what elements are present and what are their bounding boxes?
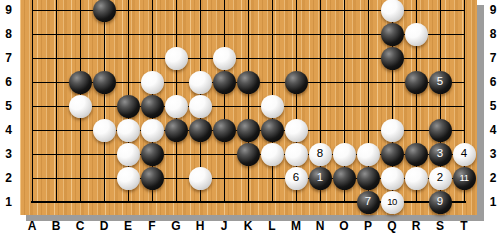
stone-white-P3[interactable] xyxy=(357,143,380,166)
stone-black-L4[interactable] xyxy=(261,119,284,142)
move-number-9: 9 xyxy=(437,196,443,208)
row-label-right-4: 4 xyxy=(486,122,500,138)
stone-white-E2[interactable] xyxy=(117,167,140,190)
row-label-right-7: 7 xyxy=(486,50,500,66)
row-label-right-8: 8 xyxy=(486,26,500,42)
col-label-C: C xyxy=(68,218,92,234)
col-label-E: E xyxy=(116,218,140,234)
col-label-N: N xyxy=(308,218,332,234)
move-number-10: 10 xyxy=(387,197,397,207)
stone-black-O2[interactable] xyxy=(333,167,356,190)
stone-white-M2[interactable]: 6 xyxy=(285,167,308,190)
stone-white-H2[interactable] xyxy=(189,167,212,190)
grid-vline-K xyxy=(248,0,249,203)
row-label-left-6: 6 xyxy=(0,74,17,90)
stone-white-Q1[interactable]: 10 xyxy=(381,191,404,214)
stone-black-P1[interactable]: 7 xyxy=(357,191,380,214)
stone-black-R3[interactable] xyxy=(405,143,428,166)
row-label-left-9: 9 xyxy=(0,2,17,18)
move-number-4: 4 xyxy=(461,148,467,160)
move-number-1: 1 xyxy=(317,172,323,184)
stone-black-N2[interactable]: 1 xyxy=(309,167,332,190)
stone-black-K3[interactable] xyxy=(237,143,260,166)
stone-black-Q7[interactable] xyxy=(381,47,404,70)
row-label-left-5: 5 xyxy=(0,98,17,114)
stone-white-H6[interactable] xyxy=(189,71,212,94)
move-number-6: 6 xyxy=(293,172,299,184)
stone-white-Q4[interactable] xyxy=(381,119,404,142)
move-number-3: 3 xyxy=(437,148,443,160)
col-label-P: P xyxy=(356,218,380,234)
row-label-left-8: 8 xyxy=(0,26,17,42)
stone-white-T3[interactable]: 4 xyxy=(453,143,476,166)
col-label-Q: Q xyxy=(380,218,404,234)
col-label-K: K xyxy=(236,218,260,234)
stone-black-F2[interactable] xyxy=(141,167,164,190)
stone-black-S3[interactable]: 3 xyxy=(429,143,452,166)
stone-black-G4[interactable] xyxy=(165,119,188,142)
col-label-D: D xyxy=(92,218,116,234)
move-number-7: 7 xyxy=(365,196,371,208)
stone-white-Q2[interactable] xyxy=(381,167,404,190)
move-number-8: 8 xyxy=(317,148,323,160)
stone-black-S6[interactable]: 5 xyxy=(429,71,452,94)
stone-white-E3[interactable] xyxy=(117,143,140,166)
stone-white-C5[interactable] xyxy=(69,95,92,118)
grid-vline-D xyxy=(104,0,105,203)
col-label-O: O xyxy=(332,218,356,234)
stone-black-S4[interactable] xyxy=(429,119,452,142)
stone-black-J6[interactable] xyxy=(213,71,236,94)
stone-white-L5[interactable] xyxy=(261,95,284,118)
stone-white-R8[interactable] xyxy=(405,23,428,46)
stone-black-C6[interactable] xyxy=(69,71,92,94)
stone-white-S2[interactable]: 2 xyxy=(429,167,452,190)
row-label-right-6: 6 xyxy=(486,74,500,90)
stone-black-K6[interactable] xyxy=(237,71,260,94)
stone-white-L3[interactable] xyxy=(261,143,284,166)
stone-white-M4[interactable] xyxy=(285,119,308,142)
stone-white-G5[interactable] xyxy=(165,95,188,118)
stone-black-Q8[interactable] xyxy=(381,23,404,46)
stone-black-D6[interactable] xyxy=(93,71,116,94)
stone-white-N3[interactable]: 8 xyxy=(309,143,332,166)
board-shadow-right xyxy=(477,5,484,216)
col-label-B: B xyxy=(44,218,68,234)
grid-vline-B xyxy=(56,0,57,203)
stone-black-T2[interactable]: 11 xyxy=(453,167,476,190)
row-label-right-5: 5 xyxy=(486,98,500,114)
stone-black-H4[interactable] xyxy=(189,119,212,142)
move-number-5: 5 xyxy=(437,76,443,88)
row-label-right-3: 3 xyxy=(486,146,500,162)
grid-vline-J xyxy=(224,0,225,203)
stone-black-F3[interactable] xyxy=(141,143,164,166)
col-label-H: H xyxy=(188,218,212,234)
stone-black-M6[interactable] xyxy=(285,71,308,94)
row-label-left-2: 2 xyxy=(0,170,17,186)
stone-white-D4[interactable] xyxy=(93,119,116,142)
row-label-right-9: 9 xyxy=(486,2,500,18)
col-label-G: G xyxy=(164,218,188,234)
col-label-M: M xyxy=(284,218,308,234)
col-label-A: A xyxy=(20,218,44,234)
stone-white-H5[interactable] xyxy=(189,95,212,118)
stone-black-Q3[interactable] xyxy=(381,143,404,166)
row-label-left-1: 1 xyxy=(0,194,17,210)
row-label-right-1: 1 xyxy=(486,194,500,210)
stone-white-F4[interactable] xyxy=(141,119,164,142)
row-label-left-7: 7 xyxy=(0,50,17,66)
stone-white-M3[interactable] xyxy=(285,143,308,166)
col-label-L: L xyxy=(260,218,284,234)
grid-hline-5 xyxy=(32,106,465,107)
col-label-J: J xyxy=(212,218,236,234)
stone-black-E5[interactable] xyxy=(117,95,140,118)
stone-white-F6[interactable] xyxy=(141,71,164,94)
stone-white-J7[interactable] xyxy=(213,47,236,70)
stone-black-F5[interactable] xyxy=(141,95,164,118)
row-label-right-2: 2 xyxy=(486,170,500,186)
stone-black-R6[interactable] xyxy=(405,71,428,94)
move-number-11: 11 xyxy=(460,173,469,183)
grid-vline-A xyxy=(32,0,33,203)
stone-black-D9[interactable] xyxy=(93,0,116,22)
stone-white-O3[interactable] xyxy=(333,143,356,166)
row-label-left-3: 3 xyxy=(0,146,17,162)
row-label-left-4: 4 xyxy=(0,122,17,138)
stone-black-J4[interactable] xyxy=(213,119,236,142)
go-diagram-page: 5834612117109 998877665544332211ABCDEFGH… xyxy=(0,0,500,236)
stone-black-S1[interactable]: 9 xyxy=(429,191,452,214)
stone-white-E4[interactable] xyxy=(117,119,140,142)
stone-white-G7[interactable] xyxy=(165,47,188,70)
stone-white-R2[interactable] xyxy=(405,167,428,190)
col-label-S: S xyxy=(428,218,452,234)
col-label-F: F xyxy=(140,218,164,234)
col-label-T: T xyxy=(452,218,476,234)
stone-white-Q9[interactable] xyxy=(381,0,404,22)
stone-black-P2[interactable] xyxy=(357,167,380,190)
col-label-R: R xyxy=(404,218,428,234)
move-number-2: 2 xyxy=(437,172,443,184)
stone-black-K4[interactable] xyxy=(237,119,260,142)
